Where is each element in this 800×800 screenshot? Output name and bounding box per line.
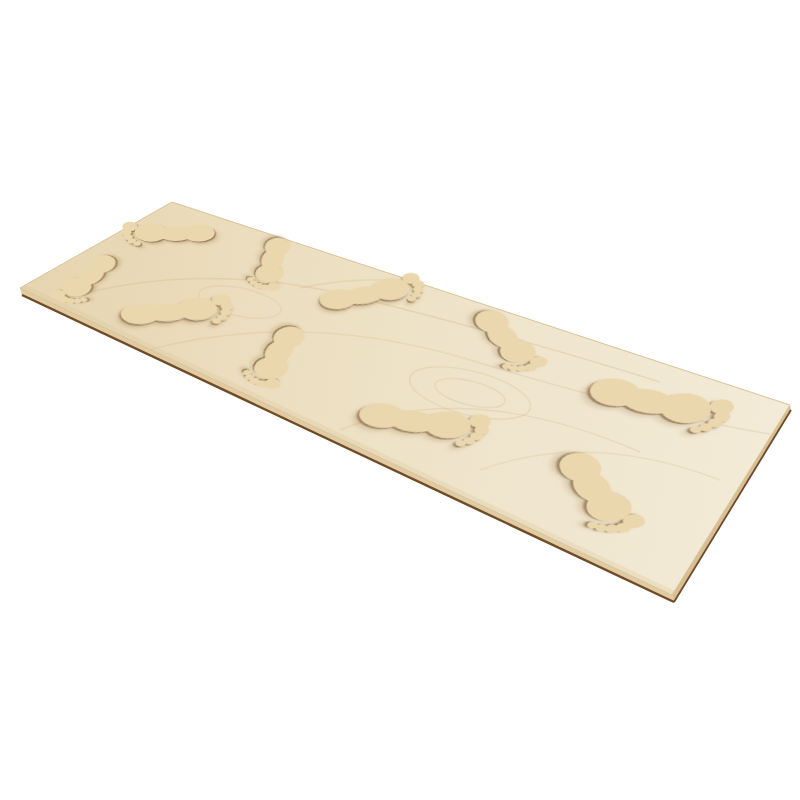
product-photo (0, 0, 800, 800)
balance-board-scene (0, 0, 800, 800)
